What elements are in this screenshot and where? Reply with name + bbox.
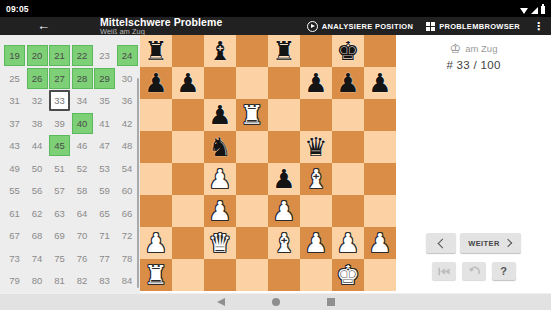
undo-icon [468, 266, 480, 276]
square-b5[interactable] [172, 131, 204, 163]
problem-cell-32[interactable]: 32 [27, 90, 48, 111]
skip-to-start-icon [438, 267, 450, 276]
problem-cell-49[interactable]: 49 [4, 158, 25, 179]
square-f1[interactable] [300, 259, 332, 291]
black-pawn: ♟ [368, 67, 391, 99]
square-d8[interactable] [236, 35, 268, 67]
chevron-right-icon [504, 239, 512, 247]
square-d1[interactable] [236, 259, 268, 291]
white-pawn: ♟ [368, 227, 391, 259]
next-problem-button[interactable]: WEITER [460, 233, 521, 253]
square-g1[interactable]: ♚ [332, 259, 364, 291]
black-pawn: ♟ [144, 67, 167, 99]
clock: 09:05 [6, 4, 29, 14]
square-e8[interactable]: ♜ [268, 35, 300, 67]
problem-cell-39[interactable]: 39 [49, 113, 70, 134]
problem-cell-22[interactable]: 22 [72, 45, 93, 66]
black-queen: ♛ [304, 131, 327, 163]
analyze-position-button[interactable]: ANALYSIERE POSITION [307, 21, 413, 32]
square-a2[interactable]: ♟ [140, 227, 172, 259]
square-b1[interactable] [172, 259, 204, 291]
square-a4[interactable] [140, 163, 172, 195]
overflow-menu-icon[interactable]: ⋮ [533, 17, 544, 35]
white-queen: ♛ [208, 227, 231, 259]
black-bishop: ♝ [208, 35, 231, 67]
square-h7[interactable]: ♟ [364, 67, 396, 99]
square-f3[interactable] [300, 195, 332, 227]
square-h1[interactable] [364, 259, 396, 291]
square-c7[interactable] [204, 67, 236, 99]
problem-cell-30[interactable]: 30 [117, 68, 138, 89]
app-bar: ← Mittelschwere Probleme Weiß am Zug ANA… [0, 17, 551, 35]
problem-counter: # 33 / 100 [396, 59, 551, 71]
square-d4[interactable] [236, 163, 268, 195]
square-g4[interactable] [332, 163, 364, 195]
status-bar: 09:05 [0, 0, 551, 17]
square-c1[interactable] [204, 259, 236, 291]
problem-cell-44[interactable]: 44 [27, 135, 48, 156]
next-button-label: WEITER [468, 239, 500, 248]
problem-cell-66[interactable]: 66 [117, 203, 138, 224]
problem-cell-19[interactable]: 19 [4, 45, 25, 66]
problem-cell-36[interactable]: 36 [117, 90, 138, 111]
square-b2[interactable] [172, 227, 204, 259]
play-circle-icon [307, 21, 318, 32]
move-controls: ? [396, 262, 551, 280]
square-c3[interactable]: ♟ [204, 195, 236, 227]
white-pawn: ♟ [208, 195, 231, 227]
square-g3[interactable] [332, 195, 364, 227]
black-pawn: ♟ [272, 163, 295, 195]
problem-cell-55[interactable]: 55 [4, 180, 25, 201]
square-a7[interactable]: ♟ [140, 67, 172, 99]
analyze-position-label: ANALYSIERE POSITION [322, 22, 413, 31]
square-e7[interactable] [268, 67, 300, 99]
chess-board: ♜♝♜♚♟♟♟♟♟♟♜♞♛♟♟♝♟♟♟♛♝♟♟♟♜♚ [140, 35, 396, 291]
status-icons [520, 4, 545, 14]
square-a5[interactable] [140, 131, 172, 163]
square-g5[interactable] [332, 131, 364, 163]
square-c2[interactable]: ♛ [204, 227, 236, 259]
nav-back-icon[interactable] [217, 298, 225, 306]
problem-cell-57[interactable]: 57 [49, 180, 70, 201]
white-rook: ♜ [240, 99, 263, 131]
white-pawn: ♟ [208, 163, 231, 195]
problem-cell-60[interactable]: 60 [117, 180, 138, 201]
nav-controls: WEITER [396, 233, 551, 253]
problem-cell-42[interactable]: 42 [117, 113, 138, 134]
square-a1[interactable]: ♜ [140, 259, 172, 291]
white-bishop: ♝ [304, 163, 327, 195]
problem-cell-71[interactable]: 71 [94, 225, 115, 246]
white-pawn: ♟ [272, 195, 295, 227]
problem-cell-68[interactable]: 68 [27, 225, 48, 246]
problem-cell-27[interactable]: 27 [49, 68, 70, 89]
problem-cell-69[interactable]: 69 [49, 225, 70, 246]
square-d5[interactable] [236, 131, 268, 163]
problem-cell-81[interactable]: 81 [49, 270, 70, 291]
problem-cell-63[interactable]: 63 [49, 203, 70, 224]
white-rook: ♜ [144, 259, 167, 291]
black-pawn: ♟ [208, 99, 231, 131]
problem-cell-37[interactable]: 37 [4, 113, 25, 134]
square-g8[interactable]: ♚ [332, 35, 364, 67]
problem-cell-46[interactable]: 46 [72, 135, 93, 156]
square-e3[interactable]: ♟ [268, 195, 300, 227]
problem-cell-65[interactable]: 65 [94, 203, 115, 224]
problem-cell-80[interactable]: 80 [27, 270, 48, 291]
app-screen: 09:05 ← Mittelschwere Probleme Weiß am Z… [0, 0, 551, 310]
problem-cell-38[interactable]: 38 [27, 113, 48, 134]
square-h8[interactable] [364, 35, 396, 67]
title-block: Mittelschwere Probleme Weiß am Zug [100, 17, 222, 36]
nav-recents-icon[interactable] [327, 298, 335, 306]
undo-move-button[interactable] [462, 262, 486, 280]
square-b6[interactable] [172, 99, 204, 131]
nav-home-icon[interactable] [272, 298, 280, 306]
square-e4[interactable]: ♟ [268, 163, 300, 195]
problem-cell-33[interactable]: 33 [49, 90, 70, 111]
problem-cell-62[interactable]: 62 [27, 203, 48, 224]
square-e2[interactable]: ♝ [268, 227, 300, 259]
problem-cell-26[interactable]: 26 [27, 68, 48, 89]
square-f6[interactable] [300, 99, 332, 131]
problem-cell-67[interactable]: 67 [4, 225, 25, 246]
square-a6[interactable] [140, 99, 172, 131]
problem-cell-29[interactable]: 29 [94, 68, 115, 89]
white-pawn: ♟ [304, 227, 327, 259]
square-h3[interactable] [364, 195, 396, 227]
problem-cell-45[interactable]: 45 [49, 135, 70, 156]
problem-cell-74[interactable]: 74 [27, 248, 48, 269]
problem-cell-64[interactable]: 64 [72, 203, 93, 224]
problem-cell-73[interactable]: 73 [4, 248, 25, 269]
square-h5[interactable] [364, 131, 396, 163]
square-c6[interactable]: ♟ [204, 99, 236, 131]
problem-browser-panel: 1920212223242526272829303132333435363738… [0, 35, 140, 293]
black-pawn: ♟ [336, 67, 359, 99]
problem-browser-button[interactable]: PROBLEMBROWSER [426, 22, 520, 31]
problem-cell-50[interactable]: 50 [27, 158, 48, 179]
problem-number-grid: 1920212223242526272829303132333435363738… [4, 45, 138, 291]
square-c8[interactable]: ♝ [204, 35, 236, 67]
problem-cell-51[interactable]: 51 [49, 158, 70, 179]
grid-icon [426, 22, 435, 31]
square-d2[interactable] [236, 227, 268, 259]
wifi-icon [520, 8, 528, 14]
square-f7[interactable]: ♟ [300, 67, 332, 99]
problem-cell-83[interactable]: 83 [94, 270, 115, 291]
problem-cell-75[interactable]: 75 [49, 248, 70, 269]
square-b4[interactable] [172, 163, 204, 195]
problem-cell-47[interactable]: 47 [94, 135, 115, 156]
problem-cell-78[interactable]: 78 [117, 248, 138, 269]
square-f8[interactable] [300, 35, 332, 67]
problem-cell-54[interactable]: 54 [117, 158, 138, 179]
restart-problem-button[interactable] [432, 262, 456, 280]
problem-cell-84[interactable]: 84 [117, 270, 138, 291]
square-a8[interactable]: ♜ [140, 35, 172, 67]
black-rook: ♜ [272, 35, 295, 67]
chevron-left-icon [437, 238, 447, 248]
square-f5[interactable]: ♛ [300, 131, 332, 163]
android-nav-bar [0, 293, 551, 310]
previous-problem-button[interactable] [426, 233, 456, 253]
problem-cell-77[interactable]: 77 [94, 248, 115, 269]
problem-cell-34[interactable]: 34 [72, 90, 93, 111]
problem-cell-76[interactable]: 76 [72, 248, 93, 269]
problem-cell-21[interactable]: 21 [49, 45, 70, 66]
problem-cell-82[interactable]: 82 [72, 270, 93, 291]
problem-cell-25[interactable]: 25 [4, 68, 25, 89]
problem-cell-52[interactable]: 52 [72, 158, 93, 179]
square-h2[interactable]: ♟ [364, 227, 396, 259]
problem-cell-79[interactable]: 79 [4, 270, 25, 291]
square-g6[interactable] [332, 99, 364, 131]
white-pawn: ♟ [144, 227, 167, 259]
problem-cell-61[interactable]: 61 [4, 203, 25, 224]
square-b7[interactable]: ♟ [172, 67, 204, 99]
square-c5[interactable]: ♞ [204, 131, 236, 163]
problem-cell-31[interactable]: 31 [4, 90, 25, 111]
problem-cell-35[interactable]: 35 [94, 90, 115, 111]
white-pawn: ♟ [336, 227, 359, 259]
page-title: Mittelschwere Probleme [100, 17, 222, 27]
battery-icon [541, 6, 545, 14]
square-d6[interactable]: ♜ [236, 99, 268, 131]
turn-label: am Zug [465, 43, 497, 54]
black-rook: ♜ [144, 35, 167, 67]
problem-cell-53[interactable]: 53 [94, 158, 115, 179]
square-g2[interactable]: ♟ [332, 227, 364, 259]
turn-indicator: ♔ am Zug [396, 42, 551, 55]
problem-cell-20[interactable]: 20 [27, 45, 48, 66]
back-arrow-icon[interactable]: ← [37, 17, 51, 35]
scrollbar[interactable] [137, 78, 139, 288]
square-e1[interactable] [268, 259, 300, 291]
square-d7[interactable] [236, 67, 268, 99]
problem-cell-40[interactable]: 40 [72, 113, 93, 134]
square-e6[interactable] [268, 99, 300, 131]
square-h6[interactable] [364, 99, 396, 131]
problem-cell-48[interactable]: 48 [117, 135, 138, 156]
hint-button-label: ? [500, 265, 507, 277]
square-d3[interactable] [236, 195, 268, 227]
white-king: ♚ [336, 259, 359, 291]
side-panel: ♔ am Zug # 33 / 100 WEITER [396, 35, 551, 293]
black-pawn: ♟ [176, 67, 199, 99]
square-c4[interactable]: ♟ [204, 163, 236, 195]
problem-cell-59[interactable]: 59 [94, 180, 115, 201]
white-bishop: ♝ [272, 227, 295, 259]
square-e5[interactable] [268, 131, 300, 163]
problem-cell-23[interactable]: 23 [94, 45, 115, 66]
black-knight: ♞ [208, 131, 231, 163]
problem-cell-70[interactable]: 70 [72, 225, 93, 246]
app-bar-actions: ANALYSIERE POSITION PROBLEMBROWSER ⋮ [307, 17, 551, 35]
square-f4[interactable]: ♝ [300, 163, 332, 195]
black-pawn: ♟ [304, 67, 327, 99]
square-a3[interactable] [140, 195, 172, 227]
problem-cell-56[interactable]: 56 [27, 180, 48, 201]
hint-button[interactable]: ? [492, 262, 516, 280]
black-king: ♚ [336, 35, 359, 67]
problem-cell-41[interactable]: 41 [94, 113, 115, 134]
square-f2[interactable]: ♟ [300, 227, 332, 259]
square-g7[interactable]: ♟ [332, 67, 364, 99]
problem-cell-28[interactable]: 28 [72, 68, 93, 89]
problem-cell-24[interactable]: 24 [117, 45, 138, 66]
white-king-icon: ♔ [450, 42, 462, 55]
problem-cell-58[interactable]: 58 [72, 180, 93, 201]
square-h4[interactable] [364, 163, 396, 195]
signal-icon [531, 7, 538, 14]
square-b8[interactable] [172, 35, 204, 67]
problem-browser-label: PROBLEMBROWSER [439, 22, 520, 31]
square-b3[interactable] [172, 195, 204, 227]
problem-cell-72[interactable]: 72 [117, 225, 138, 246]
problem-cell-43[interactable]: 43 [4, 135, 25, 156]
